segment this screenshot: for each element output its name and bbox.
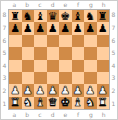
- square-h1[interactable]: ♜: [97, 97, 110, 109]
- white-pawn: ♟: [98, 84, 108, 95]
- rank-labels-right: 87654321: [110, 9, 117, 110]
- white-pawn: ♟: [23, 84, 33, 95]
- rank-label-3-right: 3: [110, 72, 117, 85]
- square-b2[interactable]: ♟: [22, 84, 35, 96]
- square-e1[interactable]: ♚: [59, 97, 72, 109]
- square-e3[interactable]: [59, 72, 72, 84]
- file-label-f-top: f: [72, 1, 85, 9]
- rank-label-3-left: 3: [1, 72, 8, 85]
- square-a2[interactable]: ♟: [9, 84, 22, 96]
- white-knight: ♞: [23, 97, 33, 108]
- square-b6[interactable]: [22, 35, 35, 47]
- square-b1[interactable]: ♞: [22, 97, 35, 109]
- rank-label-8-right: 8: [110, 9, 117, 22]
- square-b4[interactable]: [22, 60, 35, 72]
- black-pawn: ♟: [23, 23, 33, 34]
- square-f4[interactable]: [72, 60, 85, 72]
- square-d5[interactable]: [47, 47, 60, 59]
- square-a4[interactable]: [9, 60, 22, 72]
- corner-bottom-left: [1, 110, 8, 119]
- file-labels-top: abcdefgh: [8, 1, 110, 9]
- square-d7[interactable]: ♟: [47, 22, 60, 34]
- white-bishop: ♝: [35, 97, 45, 108]
- white-bishop: ♝: [73, 97, 83, 108]
- rank-label-5-left: 5: [1, 47, 8, 60]
- square-b8[interactable]: ♞: [22, 10, 35, 22]
- square-g6[interactable]: [84, 35, 97, 47]
- black-pawn: ♟: [73, 23, 83, 34]
- square-c3[interactable]: [34, 72, 47, 84]
- square-g7[interactable]: ♟: [84, 22, 97, 34]
- file-labels-bottom: abcdefgh: [8, 110, 110, 119]
- file-label-e-top: e: [59, 1, 72, 9]
- square-e8[interactable]: ♚: [59, 10, 72, 22]
- square-e2[interactable]: ♟: [59, 84, 72, 96]
- black-king: ♚: [60, 10, 70, 21]
- black-knight: ♞: [85, 10, 95, 21]
- rank-label-7-left: 7: [1, 22, 8, 35]
- file-label-b-bottom: b: [21, 110, 34, 119]
- file-label-f-bottom: f: [72, 110, 85, 119]
- white-rook: ♜: [98, 97, 108, 108]
- rank-label-8-left: 8: [1, 9, 8, 22]
- square-g2[interactable]: ♟: [84, 84, 97, 96]
- file-label-a-bottom: a: [8, 110, 21, 119]
- file-label-e-bottom: e: [59, 110, 72, 119]
- black-pawn: ♟: [98, 23, 108, 34]
- rank-label-2-left: 2: [1, 85, 8, 98]
- square-d3[interactable]: [47, 72, 60, 84]
- corner-top-left: [1, 1, 8, 9]
- black-bishop: ♝: [35, 10, 45, 21]
- square-c1[interactable]: ♝: [34, 97, 47, 109]
- square-b3[interactable]: [22, 72, 35, 84]
- rank-label-5-right: 5: [110, 47, 117, 60]
- file-label-c-bottom: c: [34, 110, 47, 119]
- square-a1[interactable]: ♜: [9, 97, 22, 109]
- square-g1[interactable]: ♞: [84, 97, 97, 109]
- white-pawn: ♟: [48, 84, 58, 95]
- square-h7[interactable]: ♟: [97, 22, 110, 34]
- square-e5[interactable]: [59, 47, 72, 59]
- black-pawn: ♟: [10, 23, 20, 34]
- rank-label-1-right: 1: [110, 97, 117, 110]
- square-d6[interactable]: [47, 35, 60, 47]
- square-d4[interactable]: [47, 60, 60, 72]
- file-label-b-top: b: [21, 1, 34, 9]
- square-e4[interactable]: [59, 60, 72, 72]
- square-c6[interactable]: [34, 35, 47, 47]
- square-b7[interactable]: ♟: [22, 22, 35, 34]
- square-b5[interactable]: [22, 47, 35, 59]
- square-a8[interactable]: ♜: [9, 10, 22, 22]
- black-rook: ♜: [98, 10, 108, 21]
- square-e6[interactable]: [59, 35, 72, 47]
- corner-bottom-right: [110, 110, 117, 119]
- rank-label-4-left: 4: [1, 60, 8, 73]
- white-queen: ♛: [48, 97, 58, 108]
- square-a3[interactable]: [9, 72, 22, 84]
- square-c5[interactable]: [34, 47, 47, 59]
- square-f7[interactable]: ♟: [72, 22, 85, 34]
- square-a5[interactable]: [9, 47, 22, 59]
- black-rook: ♜: [10, 10, 20, 21]
- square-c2[interactable]: ♟: [34, 84, 47, 96]
- square-c8[interactable]: ♝: [34, 10, 47, 22]
- square-c4[interactable]: [34, 60, 47, 72]
- black-knight: ♞: [23, 10, 33, 21]
- black-pawn: ♟: [60, 23, 70, 34]
- black-pawn: ♟: [35, 23, 45, 34]
- black-pawn: ♟: [48, 23, 58, 34]
- rank-label-2-right: 2: [110, 85, 117, 98]
- square-g8[interactable]: ♞: [84, 10, 97, 22]
- file-label-g-bottom: g: [85, 110, 98, 119]
- square-f5[interactable]: [72, 47, 85, 59]
- rank-labels-left: 87654321: [1, 9, 8, 110]
- file-label-d-bottom: d: [46, 110, 59, 119]
- white-king: ♚: [60, 97, 70, 108]
- chessboard-widget: abcdefgh 87654321 ♜♞♝♛♚♝♞♜♟♟♟♟♟♟♟♟♟♟♟♟♟♟…: [0, 0, 118, 120]
- square-f2[interactable]: ♟: [72, 84, 85, 96]
- square-f3[interactable]: [72, 72, 85, 84]
- rank-label-4-right: 4: [110, 60, 117, 73]
- file-label-h-bottom: h: [97, 110, 110, 119]
- corner-top-right: [110, 1, 117, 9]
- file-label-h-top: h: [97, 1, 110, 9]
- white-pawn: ♟: [73, 84, 83, 95]
- square-f6[interactable]: [72, 35, 85, 47]
- file-label-a-top: a: [8, 1, 21, 9]
- square-f1[interactable]: ♝: [72, 97, 85, 109]
- square-h8[interactable]: ♜: [97, 10, 110, 22]
- rank-label-7-right: 7: [110, 22, 117, 35]
- square-a7[interactable]: ♟: [9, 22, 22, 34]
- white-pawn: ♟: [85, 84, 95, 95]
- black-queen: ♛: [48, 10, 58, 21]
- square-h4[interactable]: [97, 60, 110, 72]
- white-rook: ♜: [10, 97, 20, 108]
- square-g4[interactable]: [84, 60, 97, 72]
- square-h3[interactable]: [97, 72, 110, 84]
- white-pawn: ♟: [60, 84, 70, 95]
- rank-label-6-left: 6: [1, 34, 8, 47]
- square-a6[interactable]: [9, 35, 22, 47]
- square-c7[interactable]: ♟: [34, 22, 47, 34]
- rank-label-6-right: 6: [110, 34, 117, 47]
- white-knight: ♞: [85, 97, 95, 108]
- square-h5[interactable]: [97, 47, 110, 59]
- square-d2[interactable]: ♟: [47, 84, 60, 96]
- black-pawn: ♟: [85, 23, 95, 34]
- black-bishop: ♝: [73, 10, 83, 21]
- rank-label-1-left: 1: [1, 97, 8, 110]
- square-g3[interactable]: [84, 72, 97, 84]
- file-label-d-top: d: [46, 1, 59, 9]
- square-g5[interactable]: [84, 47, 97, 59]
- file-label-g-top: g: [85, 1, 98, 9]
- white-pawn: ♟: [10, 84, 20, 95]
- square-d8[interactable]: ♛: [47, 10, 60, 22]
- square-h6[interactable]: [97, 35, 110, 47]
- white-pawn: ♟: [35, 84, 45, 95]
- square-h2[interactable]: ♟: [97, 84, 110, 96]
- chess-board: ♜♞♝♛♚♝♞♜♟♟♟♟♟♟♟♟♟♟♟♟♟♟♟♟♜♞♝♛♚♝♞♜: [8, 9, 110, 110]
- square-f8[interactable]: ♝: [72, 10, 85, 22]
- square-d1[interactable]: ♛: [47, 97, 60, 109]
- square-e7[interactable]: ♟: [59, 22, 72, 34]
- file-label-c-top: c: [34, 1, 47, 9]
